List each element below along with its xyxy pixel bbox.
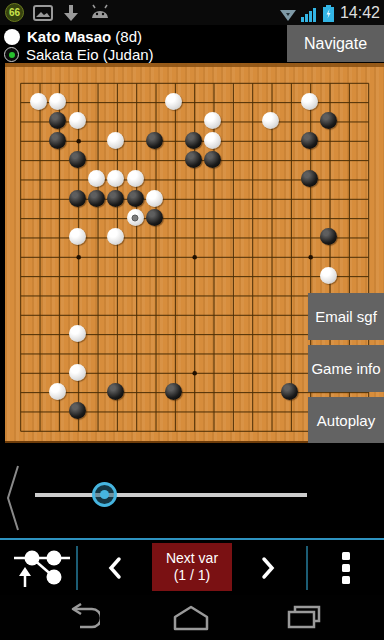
status-right-icons: 14:42 <box>279 3 380 22</box>
seek-panel <box>0 443 384 538</box>
star-point <box>192 255 197 260</box>
last-move-marker <box>132 214 139 221</box>
white-stone-icon <box>4 29 20 45</box>
navigate-button[interactable]: Navigate <box>287 25 384 62</box>
menu-item-autoplay[interactable]: Autoplay <box>308 397 384 444</box>
black-player-row: Sakata Eio (Judan) <box>4 46 154 63</box>
white-stone-15-1 <box>301 93 318 110</box>
next-move-button[interactable] <box>250 550 286 586</box>
game-tree-icon <box>12 547 72 589</box>
android-robot-icon <box>89 4 111 22</box>
white-player-row: Kato Masao (8d) <box>4 28 142 45</box>
star-point <box>308 255 313 260</box>
black-stone-4-6 <box>88 190 105 207</box>
back-button[interactable] <box>51 600 111 636</box>
status-left-icons: 66 <box>5 3 111 22</box>
home-button[interactable] <box>161 600 221 636</box>
chevron-right-icon <box>259 556 277 580</box>
white-player-rank: (8d) <box>115 28 142 45</box>
toolbar: Next var (1 / 1) <box>0 538 384 595</box>
menu-item-email-sgf[interactable]: Email sgf <box>308 293 384 340</box>
next-var-count: (1 / 1) <box>174 567 211 583</box>
white-stone-3-13 <box>69 325 86 342</box>
white-stone-10-3 <box>204 132 221 149</box>
move-slider-thumb[interactable] <box>92 482 117 507</box>
recents-button[interactable] <box>274 600 334 636</box>
black-stone-6-6 <box>127 190 144 207</box>
black-stone-3-4 <box>69 151 86 168</box>
menu-item-game-info[interactable]: Game info <box>308 345 384 392</box>
black-stone-7-7 <box>146 209 163 226</box>
gallery-icon <box>33 4 53 22</box>
white-stone-7-6 <box>146 190 163 207</box>
star-point <box>192 371 197 376</box>
battery-widget-66-icon: 66 <box>5 3 24 22</box>
black-stone-9-3 <box>185 132 202 149</box>
white-stone-3-15 <box>69 364 86 381</box>
black-player-name-text: Sakata Eio <box>26 46 99 63</box>
clock: 14:42 <box>340 3 380 22</box>
star-point <box>76 255 81 260</box>
black-stone-to-move-icon <box>4 47 19 62</box>
next-variation-button[interactable]: Next var (1 / 1) <box>152 543 232 591</box>
status-bar: 66 <box>0 0 384 25</box>
game-tree-button[interactable] <box>6 546 70 590</box>
star-point <box>76 139 81 144</box>
white-stone-16-10 <box>320 267 337 284</box>
toolbar-separator-2 <box>306 546 308 590</box>
download-icon <box>62 4 80 22</box>
black-player-rank: (Judan) <box>103 46 154 63</box>
signal-icon <box>301 6 319 22</box>
move-slider-track[interactable] <box>35 493 307 497</box>
prev-move-button[interactable] <box>97 550 133 586</box>
black-stone-15-3 <box>301 132 318 149</box>
home-icon <box>170 604 212 632</box>
black-stone-10-4 <box>204 151 221 168</box>
chevron-left-icon <box>106 556 124 580</box>
white-stone-6-7 <box>127 209 144 226</box>
back-icon <box>62 603 100 633</box>
collapse-chevron-icon[interactable] <box>5 463 21 533</box>
battery-charging-icon <box>323 5 334 22</box>
white-player-name: Kato Masao (8d) <box>27 28 142 45</box>
android-nav-bar <box>0 595 384 640</box>
black-stone-9-4 <box>185 151 202 168</box>
overflow-menu-button[interactable] <box>330 547 362 589</box>
white-player-name-text: Kato Masao <box>27 28 111 45</box>
recents-icon <box>285 604 323 632</box>
next-var-label: Next var <box>166 550 218 566</box>
black-stone-3-6 <box>69 190 86 207</box>
black-stone-7-3 <box>146 132 163 149</box>
toolbar-separator <box>76 546 78 590</box>
app-screen: { "game": "go", "status_bar": { "time": … <box>0 0 384 640</box>
wifi-icon <box>279 7 297 22</box>
black-player-name: Sakata Eio (Judan) <box>26 46 154 63</box>
